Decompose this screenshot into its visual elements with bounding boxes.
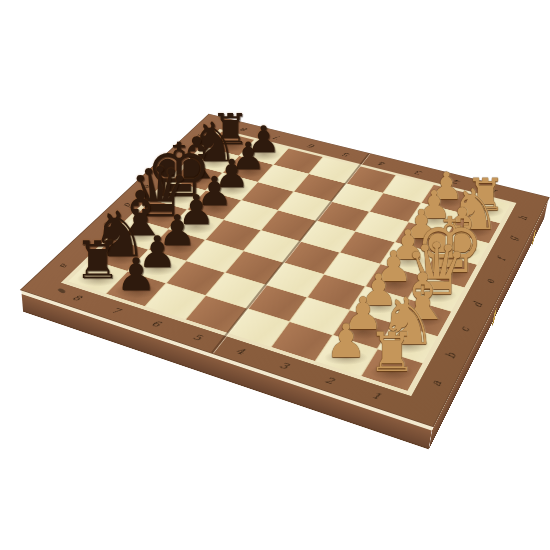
scene: 88hh77gg66ff55ee44dd33cc22bb11aa bbox=[0, 0, 550, 550]
coord-front-1: 1 bbox=[363, 388, 389, 404]
coord-left-f: f bbox=[155, 163, 174, 173]
coord-front-5: 5 bbox=[185, 330, 210, 345]
coord-front-8: 8 bbox=[65, 291, 89, 304]
chess-set-photo: 88hh77gg66ff55ee44dd33cc22bb11aa ♜♟♞♟♝♟♚… bbox=[0, 0, 550, 550]
coord-right-c: c bbox=[454, 322, 475, 337]
coord-right-h: h bbox=[514, 212, 532, 224]
square-a5[interactable] bbox=[186, 296, 246, 333]
coord-left-b: b bbox=[75, 238, 96, 251]
coord-far-5: 5 bbox=[337, 150, 357, 159]
coord-right-d: d bbox=[468, 297, 488, 312]
coord-far-1: 1 bbox=[485, 186, 505, 196]
coord-far-4: 4 bbox=[373, 158, 393, 167]
square-c4[interactable] bbox=[266, 263, 323, 297]
square-d4[interactable] bbox=[284, 241, 339, 273]
square-b6[interactable] bbox=[167, 261, 225, 295]
coord-left-a: a bbox=[52, 259, 74, 272]
square-a8[interactable] bbox=[68, 260, 127, 294]
square-c3[interactable] bbox=[308, 274, 365, 309]
square-a2[interactable] bbox=[316, 335, 377, 375]
coord-right-a: a bbox=[425, 375, 447, 392]
square-b4[interactable] bbox=[248, 285, 306, 321]
square-c2[interactable] bbox=[350, 287, 407, 323]
square-b3[interactable] bbox=[290, 297, 349, 334]
square-c5[interactable] bbox=[226, 251, 282, 284]
coord-left-g: g bbox=[173, 147, 191, 157]
coord-far-7: 7 bbox=[268, 133, 287, 142]
coord-far-6: 6 bbox=[302, 141, 321, 150]
coord-front-3: 3 bbox=[271, 358, 297, 373]
coord-right-b: b bbox=[440, 347, 462, 363]
coord-front-6: 6 bbox=[144, 317, 169, 331]
brass-clasp[interactable] bbox=[492, 307, 497, 327]
coord-front-4: 4 bbox=[227, 344, 252, 359]
coord-left-d: d bbox=[117, 199, 137, 210]
coord-left-e: e bbox=[137, 181, 157, 192]
coord-far-3: 3 bbox=[409, 167, 429, 177]
square-a3[interactable] bbox=[271, 322, 332, 361]
coord-left-h: h bbox=[190, 131, 208, 140]
coord-right-f: f bbox=[492, 253, 511, 266]
coord-right-e: e bbox=[480, 274, 500, 288]
square-e2[interactable] bbox=[381, 243, 435, 275]
coord-far-8: 8 bbox=[235, 125, 254, 134]
board-grid bbox=[68, 132, 510, 391]
square-b7[interactable] bbox=[128, 250, 185, 283]
square-b5[interactable] bbox=[207, 273, 265, 308]
square-a6[interactable] bbox=[146, 284, 206, 320]
border-stamp-mark bbox=[57, 288, 67, 294]
coord-far-2: 2 bbox=[447, 177, 467, 187]
square-c6[interactable] bbox=[187, 240, 243, 272]
coord-front-7: 7 bbox=[104, 304, 129, 318]
square-a7[interactable] bbox=[106, 272, 165, 307]
coord-front-2: 2 bbox=[317, 373, 343, 389]
brass-clasp[interactable] bbox=[531, 229, 536, 247]
square-a4[interactable] bbox=[228, 309, 288, 347]
chess-board: 88hh77gg66ff55ee44dd33cc22bb11aa bbox=[21, 114, 548, 426]
coord-left-c: c bbox=[97, 218, 118, 230]
coord-right-g: g bbox=[503, 232, 522, 244]
square-d2[interactable] bbox=[366, 264, 422, 298]
